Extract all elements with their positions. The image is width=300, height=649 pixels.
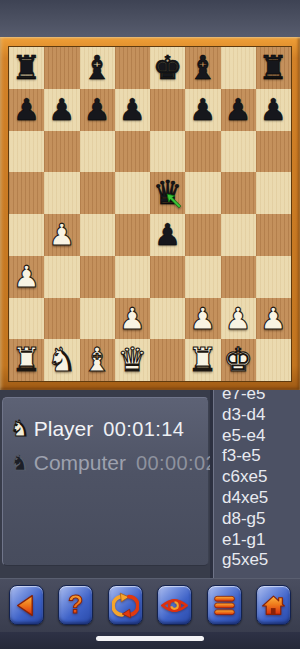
white-knight: ♞: [44, 339, 79, 380]
square-a1[interactable]: ♜: [9, 339, 44, 381]
square-a4[interactable]: [9, 214, 44, 256]
help-button[interactable]: ?: [58, 585, 93, 625]
eye-icon: [161, 592, 188, 619]
square-c4[interactable]: [80, 214, 115, 256]
black-bishop: ♝: [185, 47, 220, 88]
square-d3[interactable]: [115, 256, 150, 298]
square-b4[interactable]: ♟: [44, 214, 79, 256]
move-entry: d3-d4: [222, 405, 300, 426]
black-bishop: ♝: [80, 47, 115, 88]
square-d4[interactable]: [115, 214, 150, 256]
square-e8[interactable]: ♚: [150, 47, 185, 89]
white-pawn: ♟: [256, 298, 291, 339]
square-f8[interactable]: ♝: [185, 47, 220, 89]
black-king: ♚: [150, 47, 185, 88]
square-h5[interactable]: [256, 172, 291, 214]
square-d6[interactable]: [115, 131, 150, 173]
question-mark-icon: ?: [62, 592, 89, 619]
white-pawn: ♟: [9, 256, 44, 297]
square-g5[interactable]: [221, 172, 256, 214]
square-d1[interactable]: ♛: [115, 339, 150, 381]
menu-lines-icon: [211, 592, 238, 619]
move-list[interactable]: e7-e5d3-d4e5-e4f3-e5c6xe5d4xe5d8-g5e1-g1…: [213, 390, 300, 578]
black-pawn: ♟: [80, 89, 115, 130]
eye-button[interactable]: [157, 585, 192, 625]
black-rook: ♜: [9, 47, 44, 88]
square-d7[interactable]: ♟: [115, 89, 150, 131]
black-pawn: ♟: [115, 89, 150, 130]
square-f5[interactable]: [185, 172, 220, 214]
svg-text:?: ?: [68, 592, 83, 618]
white-knight-icon: ♞: [10, 417, 30, 441]
square-d8[interactable]: [115, 47, 150, 89]
square-h7[interactable]: ♟: [256, 89, 291, 131]
square-c1[interactable]: ♝: [80, 339, 115, 381]
square-c8[interactable]: ♝: [80, 47, 115, 89]
square-h6[interactable]: [256, 131, 291, 173]
black-pawn: ♟: [9, 89, 44, 130]
square-g7[interactable]: ♟: [221, 89, 256, 131]
square-h1[interactable]: [256, 339, 291, 381]
square-h4[interactable]: [256, 214, 291, 256]
square-f6[interactable]: [185, 131, 220, 173]
square-h3[interactable]: [256, 256, 291, 298]
square-b3[interactable]: [44, 256, 79, 298]
square-h2[interactable]: ♟: [256, 298, 291, 340]
chess-board[interactable]: ♜♝♚♝♜♟♟♟♟♟♟♟♛♟♟♟♟♟♟♟♜♞♝♛♜♚: [8, 46, 292, 382]
square-d2[interactable]: ♟: [115, 298, 150, 340]
black-pawn: ♟: [150, 214, 185, 255]
move-entry: g5xe5: [222, 550, 300, 571]
square-h8[interactable]: ♜: [256, 47, 291, 89]
black-knight-icon: ♞: [10, 451, 30, 475]
square-f2[interactable]: ♟: [185, 298, 220, 340]
move-entry: e1-g1: [222, 530, 300, 551]
player-row-white: ♞ Player 00:01:14: [10, 412, 208, 446]
square-e4[interactable]: ♟: [150, 214, 185, 256]
square-f1[interactable]: ♜: [185, 339, 220, 381]
black-pawn: ♟: [185, 89, 220, 130]
move-entry: f3-e5: [222, 446, 300, 467]
white-bishop: ♝: [80, 339, 115, 380]
info-panel: ♞ Player 00:01:14 ♞ Computer 00:00:02 e7…: [0, 390, 300, 578]
square-b6[interactable]: [44, 131, 79, 173]
square-g3[interactable]: [221, 256, 256, 298]
white-queen: ♛: [115, 339, 150, 380]
square-b5[interactable]: [44, 172, 79, 214]
square-f7[interactable]: ♟: [185, 89, 220, 131]
player-name: Player: [34, 417, 94, 441]
square-g4[interactable]: [221, 214, 256, 256]
square-e6[interactable]: [150, 131, 185, 173]
black-pawn: ♟: [256, 89, 291, 130]
square-e2[interactable]: [150, 298, 185, 340]
square-f3[interactable]: [185, 256, 220, 298]
square-a2[interactable]: [9, 298, 44, 340]
bottom-strip: [0, 632, 300, 649]
rotate-button[interactable]: [108, 585, 143, 625]
move-entry: d8-g5: [222, 509, 300, 530]
move-entry: e5-e4: [222, 426, 300, 447]
white-king: ♚: [221, 339, 256, 380]
move-entry: c6xe5: [222, 467, 300, 488]
home-button[interactable]: [256, 585, 291, 625]
menu-button[interactable]: [207, 585, 242, 625]
square-g8[interactable]: [221, 47, 256, 89]
white-pawn: ♟: [115, 298, 150, 339]
back-arrow-icon: [13, 592, 40, 619]
computer-clock: 00:00:02: [136, 452, 217, 475]
black-rook: ♜: [256, 47, 291, 88]
white-pawn: ♟: [221, 298, 256, 339]
square-c7[interactable]: ♟: [80, 89, 115, 131]
white-pawn: ♟: [185, 298, 220, 339]
rotate-arrows-icon: [112, 592, 139, 619]
square-a6[interactable]: [9, 131, 44, 173]
move-entry: e7-e5: [222, 390, 300, 405]
app-screen: ♜♝♚♝♜♟♟♟♟♟♟♟♛♟♟♟♟♟♟♟♜♞♝♛♜♚ ♞ Player 00:0…: [0, 0, 300, 649]
square-e3[interactable]: [150, 256, 185, 298]
square-g6[interactable]: [221, 131, 256, 173]
square-b2[interactable]: [44, 298, 79, 340]
toolbar: ?: [0, 578, 300, 632]
square-c5[interactable]: [80, 172, 115, 214]
square-b1[interactable]: ♞: [44, 339, 79, 381]
move-entry: d4xe5: [222, 488, 300, 509]
white-rook: ♜: [9, 339, 44, 380]
square-a8[interactable]: ♜: [9, 47, 44, 89]
player-clock: 00:01:14: [103, 418, 184, 441]
player-row-black: ♞ Computer 00:00:02: [10, 446, 208, 480]
back-button[interactable]: [9, 585, 44, 625]
square-d5[interactable]: [115, 172, 150, 214]
square-c6[interactable]: [80, 131, 115, 173]
status-bar: [0, 0, 300, 37]
white-rook: ♜: [185, 339, 220, 380]
square-g2[interactable]: ♟: [221, 298, 256, 340]
white-pawn: ♟: [44, 214, 79, 255]
square-e5[interactable]: ♛: [150, 172, 185, 214]
square-c3[interactable]: [80, 256, 115, 298]
player-clock-panel: ♞ Player 00:01:14 ♞ Computer 00:00:02: [2, 397, 209, 566]
board-frame: ♜♝♚♝♜♟♟♟♟♟♟♟♛♟♟♟♟♟♟♟♜♞♝♛♜♚: [0, 37, 300, 390]
square-a3[interactable]: ♟: [9, 256, 44, 298]
square-c2[interactable]: [80, 298, 115, 340]
home-icon: [260, 592, 287, 619]
black-pawn: ♟: [221, 89, 256, 130]
square-a7[interactable]: ♟: [9, 89, 44, 131]
computer-name: Computer: [34, 451, 126, 475]
square-e7[interactable]: [150, 89, 185, 131]
square-b7[interactable]: ♟: [44, 89, 79, 131]
square-e1[interactable]: [150, 339, 185, 381]
square-f4[interactable]: [185, 214, 220, 256]
square-a5[interactable]: [9, 172, 44, 214]
home-indicator[interactable]: [96, 636, 204, 641]
black-pawn: ♟: [44, 89, 79, 130]
square-b8[interactable]: [44, 47, 79, 89]
square-g1[interactable]: ♚: [221, 339, 256, 381]
last-move-arrow-icon: [165, 192, 184, 211]
